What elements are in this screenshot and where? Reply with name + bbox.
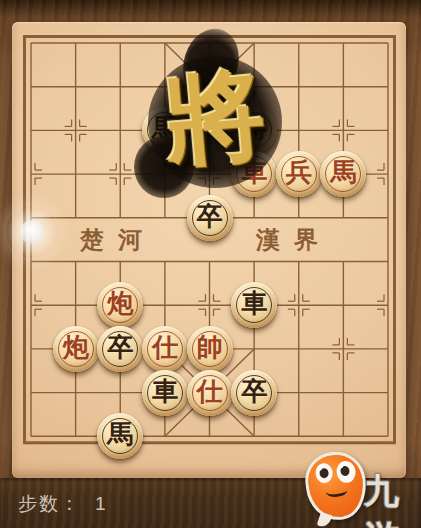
piece-glyph: 仕 bbox=[152, 335, 178, 361]
piece-black-卒[interactable]: 卒 bbox=[97, 326, 143, 372]
watermark: 九游 bbox=[300, 448, 421, 524]
piece-red-車[interactable]: 車 bbox=[231, 151, 277, 197]
piece-glyph: 車 bbox=[241, 291, 267, 317]
piece-glyph: 卒 bbox=[197, 204, 223, 230]
piece-glyph: 炮 bbox=[107, 291, 133, 317]
step-counter-label: 步数： bbox=[18, 493, 81, 514]
piece-red-炮[interactable]: 炮 bbox=[53, 326, 99, 372]
mascot-smile bbox=[325, 484, 348, 498]
step-counter: 步数：1 bbox=[18, 491, 108, 517]
piece-glyph: 車 bbox=[241, 160, 267, 186]
river-label-left: 楚河 bbox=[58, 224, 178, 256]
piece-glyph: 卒 bbox=[241, 379, 267, 405]
piece-black-卒[interactable]: 卒 bbox=[187, 195, 233, 241]
piece-glyph: 士 bbox=[197, 73, 223, 99]
piece-red-帥[interactable]: 帥 bbox=[187, 326, 233, 372]
piece-black-馬[interactable]: 馬 bbox=[142, 107, 188, 153]
piece-glyph: 卒 bbox=[107, 335, 133, 361]
piece-glyph: 將 bbox=[241, 116, 267, 142]
xiangqi-board: 楚河 漢界 士馬將車兵馬卒炮車炮卒仕帥車仕卒馬 將 bbox=[12, 22, 406, 478]
mascot-eye-right bbox=[335, 460, 356, 484]
piece-glyph: 帥 bbox=[197, 335, 223, 361]
piece-black-卒[interactable]: 卒 bbox=[231, 370, 277, 416]
floating-assistive-button[interactable] bbox=[6, 206, 58, 258]
piece-glyph: 馬 bbox=[107, 422, 133, 448]
mascot-eye-left bbox=[315, 462, 334, 484]
piece-black-士[interactable]: 士 bbox=[187, 64, 233, 110]
piece-red-仕[interactable]: 仕 bbox=[187, 370, 233, 416]
watermark-text: 九游 bbox=[364, 468, 421, 528]
river-label-right: 漢界 bbox=[234, 224, 354, 256]
piece-black-車[interactable]: 車 bbox=[142, 370, 188, 416]
piece-black-車[interactable]: 車 bbox=[231, 282, 277, 328]
piece-glyph: 炮 bbox=[63, 335, 89, 361]
piece-glyph: 仕 bbox=[197, 379, 223, 405]
piece-glyph: 馬 bbox=[152, 116, 178, 142]
piece-glyph: 車 bbox=[152, 379, 178, 405]
mascot-icon bbox=[303, 449, 370, 523]
piece-glyph: 兵 bbox=[286, 160, 312, 186]
piece-red-兵[interactable]: 兵 bbox=[276, 151, 322, 197]
step-counter-value: 1 bbox=[95, 493, 108, 514]
piece-red-仕[interactable]: 仕 bbox=[142, 326, 188, 372]
piece-glyph: 馬 bbox=[330, 160, 356, 186]
